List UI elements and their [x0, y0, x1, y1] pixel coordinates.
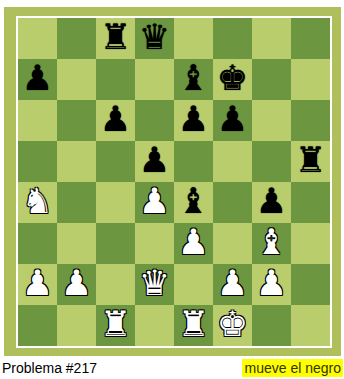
square-c8[interactable]: ♜	[96, 18, 135, 59]
square-c7[interactable]	[96, 59, 135, 100]
square-a6[interactable]	[18, 100, 57, 141]
board-border: ♜♛♟♝♚♟♟♟♟♜♞♟♝♟♟♝♟♟♛♟♟♜♜♚	[16, 16, 332, 348]
square-b7[interactable]	[57, 59, 96, 100]
black-pawn-a7: ♟	[22, 61, 53, 96]
square-d1[interactable]	[135, 305, 174, 346]
square-g5[interactable]	[252, 141, 291, 182]
square-c3[interactable]	[96, 223, 135, 264]
square-d8[interactable]: ♛	[135, 18, 174, 59]
square-e6[interactable]: ♟	[174, 100, 213, 141]
square-a2[interactable]: ♟	[18, 264, 57, 305]
square-c5[interactable]	[96, 141, 135, 182]
square-d2[interactable]: ♛	[135, 264, 174, 305]
square-b1[interactable]	[57, 305, 96, 346]
square-f2[interactable]: ♟	[213, 264, 252, 305]
square-f5[interactable]	[213, 141, 252, 182]
black-rook-c8: ♜	[100, 20, 131, 55]
square-d7[interactable]	[135, 59, 174, 100]
square-b8[interactable]	[57, 18, 96, 59]
square-d4[interactable]: ♟	[135, 182, 174, 223]
square-d5[interactable]: ♟	[135, 141, 174, 182]
white-pawn-b2: ♟	[61, 266, 92, 301]
black-rook-h5: ♜	[295, 143, 326, 178]
square-c6[interactable]: ♟	[96, 100, 135, 141]
white-knight-a4: ♞	[22, 184, 53, 219]
square-g4[interactable]: ♟	[252, 182, 291, 223]
square-h7[interactable]	[291, 59, 330, 100]
white-rook-c1: ♜	[100, 307, 131, 342]
board-frame: ♜♛♟♝♚♟♟♟♟♜♞♟♝♟♟♝♟♟♛♟♟♜♜♚	[4, 7, 341, 356]
square-h4[interactable]	[291, 182, 330, 223]
square-g8[interactable]	[252, 18, 291, 59]
white-pawn-e3: ♟	[178, 225, 209, 260]
black-pawn-f6: ♟	[217, 102, 248, 137]
square-a5[interactable]	[18, 141, 57, 182]
square-c1[interactable]: ♜	[96, 305, 135, 346]
square-h3[interactable]	[291, 223, 330, 264]
square-e3[interactable]: ♟	[174, 223, 213, 264]
black-queen-d8: ♛	[139, 20, 170, 55]
square-g7[interactable]	[252, 59, 291, 100]
square-f7[interactable]: ♚	[213, 59, 252, 100]
square-h8[interactable]	[291, 18, 330, 59]
square-g3[interactable]: ♝	[252, 223, 291, 264]
square-h2[interactable]	[291, 264, 330, 305]
square-e7[interactable]: ♝	[174, 59, 213, 100]
white-pawn-a2: ♟	[22, 266, 53, 301]
side-to-move-badge: mueve el negro	[242, 359, 343, 377]
square-g2[interactable]: ♟	[252, 264, 291, 305]
white-bishop-g3: ♝	[256, 225, 287, 260]
square-b5[interactable]	[57, 141, 96, 182]
square-e4[interactable]: ♝	[174, 182, 213, 223]
square-a1[interactable]	[18, 305, 57, 346]
square-f8[interactable]	[213, 18, 252, 59]
white-queen-d2: ♛	[139, 266, 170, 301]
square-b6[interactable]	[57, 100, 96, 141]
black-bishop-e7: ♝	[178, 61, 209, 96]
square-a7[interactable]: ♟	[18, 59, 57, 100]
square-a8[interactable]	[18, 18, 57, 59]
black-pawn-d5: ♟	[139, 143, 170, 178]
black-pawn-e6: ♟	[178, 102, 209, 137]
black-pawn-g4: ♟	[256, 184, 287, 219]
square-b4[interactable]	[57, 182, 96, 223]
square-c2[interactable]	[96, 264, 135, 305]
square-b2[interactable]: ♟	[57, 264, 96, 305]
square-h6[interactable]	[291, 100, 330, 141]
square-h5[interactable]: ♜	[291, 141, 330, 182]
square-d6[interactable]	[135, 100, 174, 141]
caption-bar: Problema #217 mueve el negro	[0, 356, 344, 377]
square-b3[interactable]	[57, 223, 96, 264]
black-king-f7: ♚	[217, 61, 248, 96]
square-a3[interactable]	[18, 223, 57, 264]
white-pawn-d4: ♟	[139, 184, 170, 219]
square-f1[interactable]: ♚	[213, 305, 252, 346]
white-pawn-g2: ♟	[256, 266, 287, 301]
square-f4[interactable]	[213, 182, 252, 223]
square-f3[interactable]	[213, 223, 252, 264]
square-e2[interactable]	[174, 264, 213, 305]
square-e1[interactable]: ♜	[174, 305, 213, 346]
white-pawn-f2: ♟	[217, 266, 248, 301]
square-g1[interactable]	[252, 305, 291, 346]
square-f6[interactable]: ♟	[213, 100, 252, 141]
square-g6[interactable]	[252, 100, 291, 141]
square-e5[interactable]	[174, 141, 213, 182]
chess-board: ♜♛♟♝♚♟♟♟♟♜♞♟♝♟♟♝♟♟♛♟♟♜♜♚	[18, 18, 330, 346]
square-c4[interactable]	[96, 182, 135, 223]
black-bishop-e4: ♝	[178, 184, 209, 219]
white-king-f1: ♚	[217, 307, 248, 342]
square-a4[interactable]: ♞	[18, 182, 57, 223]
square-h1[interactable]	[291, 305, 330, 346]
white-rook-e1: ♜	[178, 307, 209, 342]
square-e8[interactable]	[174, 18, 213, 59]
black-pawn-c6: ♟	[100, 102, 131, 137]
problem-number-label: Problema #217	[2, 360, 97, 376]
square-d3[interactable]	[135, 223, 174, 264]
